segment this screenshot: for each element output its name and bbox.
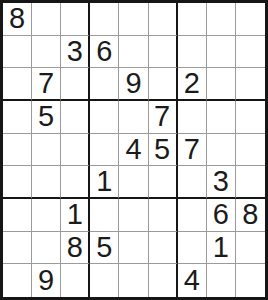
cell-r8c1[interactable] (3, 232, 32, 265)
cell-r3c4[interactable] (90, 68, 119, 101)
cell-r2c1[interactable] (3, 36, 32, 69)
cell-r1c9[interactable] (236, 3, 265, 36)
cell-r2c4[interactable]: 6 (90, 36, 119, 69)
cell-r7c6[interactable] (149, 199, 178, 232)
cell-r5c3[interactable] (61, 134, 90, 167)
cell-r3c7[interactable]: 2 (178, 68, 207, 101)
cell-r8c5[interactable] (119, 232, 148, 265)
cell-r6c4[interactable]: 1 (90, 166, 119, 199)
cell-r7c1[interactable] (3, 199, 32, 232)
cell-r4c6[interactable]: 7 (149, 101, 178, 134)
cell-r6c5[interactable] (119, 166, 148, 199)
cell-r9c7[interactable]: 4 (178, 264, 207, 297)
cell-r3c8[interactable] (207, 68, 236, 101)
cell-r8c2[interactable] (32, 232, 61, 265)
cell-r1c8[interactable] (207, 3, 236, 36)
cell-r8c4[interactable]: 5 (90, 232, 119, 265)
cell-r4c4[interactable] (90, 101, 119, 134)
cell-r1c5[interactable] (119, 3, 148, 36)
cell-r2c9[interactable] (236, 36, 265, 69)
cell-r7c2[interactable] (32, 199, 61, 232)
cell-r1c2[interactable] (32, 3, 61, 36)
cell-r1c4[interactable] (90, 3, 119, 36)
cell-r5c2[interactable] (32, 134, 61, 167)
cell-r7c5[interactable] (119, 199, 148, 232)
cell-r2c2[interactable] (32, 36, 61, 69)
cell-r9c3[interactable] (61, 264, 90, 297)
cell-r1c1[interactable]: 8 (3, 3, 32, 36)
cell-r7c3[interactable]: 1 (61, 199, 90, 232)
cell-r3c5[interactable]: 9 (119, 68, 148, 101)
cell-r9c4[interactable] (90, 264, 119, 297)
cell-r6c2[interactable] (32, 166, 61, 199)
cell-r6c1[interactable] (3, 166, 32, 199)
cell-r2c8[interactable] (207, 36, 236, 69)
cell-r1c3[interactable] (61, 3, 90, 36)
cell-r5c6[interactable]: 5 (149, 134, 178, 167)
cell-r4c1[interactable] (3, 101, 32, 134)
cell-r6c6[interactable] (149, 166, 178, 199)
cell-r4c9[interactable] (236, 101, 265, 134)
cell-r3c2[interactable]: 7 (32, 68, 61, 101)
cell-r4c2[interactable]: 5 (32, 101, 61, 134)
cell-r3c3[interactable] (61, 68, 90, 101)
cell-r8c9[interactable] (236, 232, 265, 265)
cell-r4c5[interactable] (119, 101, 148, 134)
cell-r7c4[interactable] (90, 199, 119, 232)
cell-r8c7[interactable] (178, 232, 207, 265)
cell-r2c5[interactable] (119, 36, 148, 69)
cell-r2c6[interactable] (149, 36, 178, 69)
cell-r9c5[interactable] (119, 264, 148, 297)
cell-r3c6[interactable] (149, 68, 178, 101)
cell-r6c8[interactable]: 3 (207, 166, 236, 199)
cell-r2c3[interactable]: 3 (61, 36, 90, 69)
cell-r3c1[interactable] (3, 68, 32, 101)
cell-r8c3[interactable]: 8 (61, 232, 90, 265)
cell-r3c9[interactable] (236, 68, 265, 101)
cell-r1c6[interactable] (149, 3, 178, 36)
cell-r9c1[interactable] (3, 264, 32, 297)
cell-r5c1[interactable] (3, 134, 32, 167)
cell-r6c7[interactable] (178, 166, 207, 199)
cell-r9c9[interactable] (236, 264, 265, 297)
cell-r5c5[interactable]: 4 (119, 134, 148, 167)
cell-r8c6[interactable] (149, 232, 178, 265)
cell-r6c3[interactable] (61, 166, 90, 199)
cell-r5c4[interactable] (90, 134, 119, 167)
cell-r5c7[interactable]: 7 (178, 134, 207, 167)
cell-r4c3[interactable] (61, 101, 90, 134)
cell-r5c8[interactable] (207, 134, 236, 167)
cell-r9c8[interactable] (207, 264, 236, 297)
cell-r7c7[interactable] (178, 199, 207, 232)
cell-r4c7[interactable] (178, 101, 207, 134)
cell-r2c7[interactable] (178, 36, 207, 69)
sudoku-board: 836792574571316885194 (0, 0, 268, 300)
cell-r9c2[interactable]: 9 (32, 264, 61, 297)
cell-r8c8[interactable]: 1 (207, 232, 236, 265)
cell-r9c6[interactable] (149, 264, 178, 297)
cell-r7c8[interactable]: 6 (207, 199, 236, 232)
cell-r1c7[interactable] (178, 3, 207, 36)
cell-r4c8[interactable] (207, 101, 236, 134)
cell-r7c9[interactable]: 8 (236, 199, 265, 232)
cell-r5c9[interactable] (236, 134, 265, 167)
cell-r6c9[interactable] (236, 166, 265, 199)
